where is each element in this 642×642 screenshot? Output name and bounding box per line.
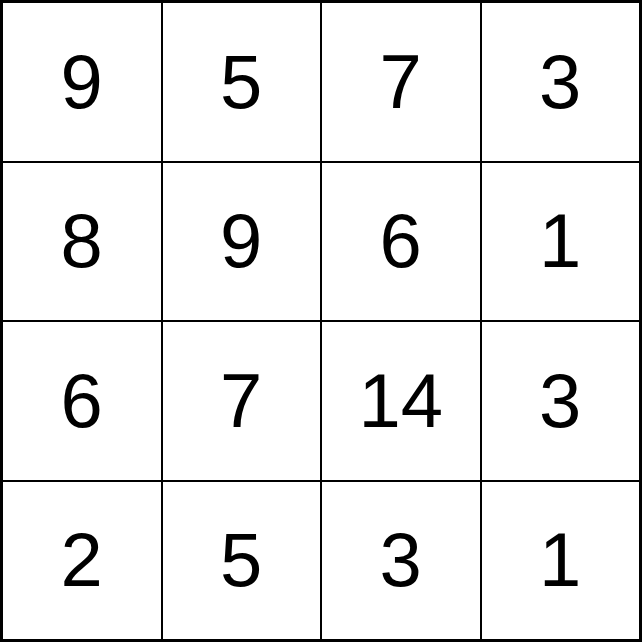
cell-r3c3[interactable]: 14 xyxy=(321,321,481,481)
cell-r3c1[interactable]: 6 xyxy=(2,321,162,481)
cell-value: 5 xyxy=(220,522,262,598)
cell-r3c2[interactable]: 7 xyxy=(162,321,322,481)
cell-r4c2[interactable]: 5 xyxy=(162,481,322,641)
cell-value: 1 xyxy=(539,522,581,598)
cell-value: 9 xyxy=(61,44,103,120)
cell-value: 8 xyxy=(61,203,103,279)
cell-value: 5 xyxy=(220,44,262,120)
cell-value: 7 xyxy=(220,363,262,439)
cell-r1c3[interactable]: 7 xyxy=(321,2,481,162)
cell-value: 7 xyxy=(380,44,422,120)
cell-r4c3[interactable]: 3 xyxy=(321,481,481,641)
cell-r2c1[interactable]: 8 xyxy=(2,162,162,322)
cell-value: 1 xyxy=(539,203,581,279)
cell-value: 3 xyxy=(539,363,581,439)
cell-value: 6 xyxy=(61,363,103,439)
cell-r1c1[interactable]: 9 xyxy=(2,2,162,162)
cell-value: 3 xyxy=(380,522,422,598)
cell-r2c2[interactable]: 9 xyxy=(162,162,322,322)
cell-value: 2 xyxy=(61,522,103,598)
cell-r4c1[interactable]: 2 xyxy=(2,481,162,641)
cell-r1c2[interactable]: 5 xyxy=(162,2,322,162)
cell-value: 6 xyxy=(380,203,422,279)
cell-value: 3 xyxy=(539,44,581,120)
cell-r4c4[interactable]: 1 xyxy=(481,481,641,641)
cell-r2c4[interactable]: 1 xyxy=(481,162,641,322)
cell-r3c4[interactable]: 3 xyxy=(481,321,641,481)
cell-r1c4[interactable]: 3 xyxy=(481,2,641,162)
cell-value: 14 xyxy=(358,363,443,439)
cell-r2c3[interactable]: 6 xyxy=(321,162,481,322)
cell-value: 9 xyxy=(220,203,262,279)
number-grid-board: 9 5 7 3 8 9 6 1 6 7 14 3 2 5 3 1 xyxy=(0,0,642,642)
